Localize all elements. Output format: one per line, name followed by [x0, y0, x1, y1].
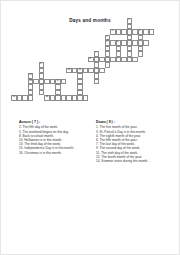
grid-cell[interactable] [50, 95, 56, 101]
grid-cell[interactable] [121, 40, 127, 46]
cell-number: 3 [139, 30, 140, 33]
clue-item: 16. Christmas is in this month. [19, 151, 83, 155]
grid-cell[interactable] [121, 29, 127, 35]
grid-cell[interactable] [132, 57, 138, 63]
clue-item: 15. Independence Day is in this month. [19, 146, 83, 150]
cell-number: 14 [56, 80, 59, 83]
cell-number: 9 [40, 63, 41, 66]
down-clues: Down ( 9 ) : 1. The first month of the y… [96, 120, 164, 163]
cell-number: 1 [128, 19, 129, 22]
clue-item: 14. Summer starts during this month. [96, 159, 164, 163]
grid-cell[interactable] [83, 95, 89, 101]
grid-cell[interactable] [72, 95, 78, 101]
cell-number: 11 [78, 69, 81, 72]
grid-cell[interactable]: 8 [88, 57, 94, 63]
cell-number: 5 [106, 41, 107, 44]
cell-number: 13 [29, 80, 32, 83]
cell-number: 2 [111, 30, 112, 33]
cell-number: 7 [95, 52, 96, 55]
grid-cell[interactable] [22, 95, 28, 101]
across-clues: Across ( 7 ) : 2. The fifth day of the w… [19, 120, 83, 155]
grid-cell[interactable] [143, 40, 149, 46]
grid-cell[interactable] [94, 79, 100, 85]
grid-cell[interactable] [88, 68, 94, 74]
grid-cell[interactable] [138, 51, 144, 57]
down-header: Down ( 9 ) : [96, 120, 164, 124]
grid-cell[interactable] [105, 62, 111, 68]
cell-number: 12 [29, 74, 32, 77]
cell-number: 8 [89, 58, 90, 61]
down-clue-list: 1. The first month of the year.3. St. Pa… [96, 125, 164, 163]
crossword-grid: 12345678910111213141516 [1, 1, 180, 111]
grid-cell[interactable] [99, 57, 105, 63]
cell-number: 6 [117, 41, 118, 44]
grid-cell[interactable] [61, 79, 67, 85]
across-header: Across ( 7 ) : [19, 120, 83, 124]
cell-number: 4 [106, 36, 107, 39]
grid-cell[interactable] [149, 29, 155, 35]
cell-number: 10 [67, 69, 70, 72]
grid-cell[interactable] [33, 79, 39, 85]
grid-cell[interactable] [99, 68, 105, 74]
worksheet-page: Days and months 12345678910111213141516 … [0, 0, 180, 255]
grid-cell[interactable] [132, 40, 138, 46]
cell-number: 16 [45, 96, 48, 99]
grid-cell[interactable] [28, 95, 34, 101]
across-clue-list: 2. The fifth day of the week.5. The week… [19, 125, 83, 154]
cell-number: 15 [12, 96, 15, 99]
